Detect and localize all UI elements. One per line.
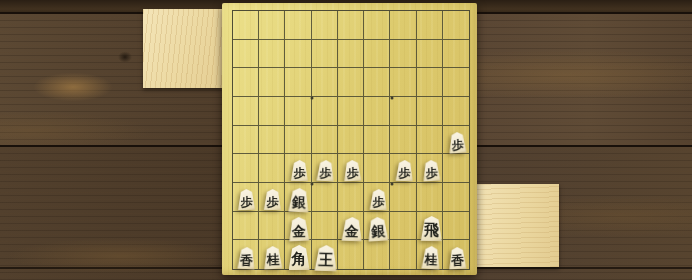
piece-face: 桂	[422, 246, 441, 270]
star-point	[390, 183, 393, 186]
piece-face: 金	[289, 216, 310, 241]
piece-pawn[interactable]: 歩	[422, 160, 440, 182]
piece-silver[interactable]: 銀	[288, 187, 309, 212]
piece-face: 歩	[317, 160, 335, 182]
piece-kanji: 角	[292, 252, 307, 267]
board-cell-5c[interactable]	[338, 68, 364, 97]
board-cell-6e[interactable]	[312, 126, 338, 155]
board-cell-9c[interactable]	[233, 68, 259, 97]
board-cell-5a[interactable]	[338, 11, 364, 40]
board-cell-4i[interactable]	[364, 240, 390, 269]
piece-face: 歩	[396, 160, 414, 182]
board-cell-1f[interactable]	[443, 154, 469, 183]
board-cell-4b[interactable]	[364, 40, 390, 69]
piece-face: 桂	[263, 246, 282, 270]
piece-knight[interactable]: 桂	[263, 246, 282, 270]
board-cell-3g[interactable]	[390, 183, 416, 212]
piece-kanji: 銀	[292, 194, 307, 209]
board-cell-9d[interactable]	[233, 97, 259, 126]
board-cell-6g[interactable]	[312, 183, 338, 212]
piece-kanji: 金	[345, 223, 359, 237]
piece-kanji: 歩	[293, 167, 305, 179]
board-cell-3c[interactable]	[390, 68, 416, 97]
piece-face: 角	[289, 245, 310, 270]
board-cell-7b[interactable]	[285, 40, 311, 69]
board-cell-9e[interactable]	[233, 126, 259, 155]
piece-kanji: 飛	[424, 223, 439, 238]
board-cell-6c[interactable]	[312, 68, 338, 97]
piece-pawn[interactable]: 歩	[449, 131, 467, 153]
piece-gold[interactable]: 金	[289, 216, 310, 241]
star-point	[311, 183, 314, 186]
board-cell-6d[interactable]	[312, 97, 338, 126]
board-cell-4a[interactable]	[364, 11, 390, 40]
piece-kanji: 王	[318, 252, 334, 268]
piece-face: 歩	[290, 160, 307, 181]
board-cell-4d[interactable]	[364, 97, 390, 126]
piece-kanji: 銀	[371, 223, 386, 238]
board-cell-5e[interactable]	[338, 126, 364, 155]
piece-pawn[interactable]: 歩	[370, 189, 388, 211]
piece-kanji: 歩	[452, 138, 465, 151]
piece-kanji: 歩	[240, 196, 252, 208]
piece-lance[interactable]: 香	[237, 246, 255, 269]
board-cell-2d[interactable]	[417, 97, 443, 126]
board-cell-4f[interactable]	[364, 154, 390, 183]
piece-kanji: 香	[451, 253, 464, 266]
board-cell-3e[interactable]	[390, 126, 416, 155]
board-cell-5d[interactable]	[338, 97, 364, 126]
piece-face: 歩	[370, 189, 388, 211]
board-cell-8d[interactable]	[259, 97, 285, 126]
piece-pawn[interactable]: 歩	[343, 160, 361, 182]
piece-silver[interactable]: 銀	[368, 216, 389, 241]
piece-knight[interactable]: 桂	[422, 246, 441, 270]
board-cell-2e[interactable]	[417, 126, 443, 155]
right-wood-board	[477, 184, 559, 267]
board-cell-3d[interactable]	[390, 97, 416, 126]
piece-king[interactable]: 王	[314, 244, 337, 271]
board-cell-4e[interactable]	[364, 126, 390, 155]
board-cell-5i[interactable]	[338, 240, 364, 269]
shogi-board: 歩歩歩歩歩歩歩歩銀歩金金銀飛香桂角王桂香	[222, 3, 477, 275]
board-cell-5b[interactable]	[338, 40, 364, 69]
board-cell-2a[interactable]	[417, 11, 443, 40]
star-point	[311, 96, 314, 99]
piece-face: 飛	[421, 216, 442, 241]
board-cell-1b[interactable]	[443, 40, 469, 69]
piece-face: 銀	[288, 187, 309, 212]
piece-pawn[interactable]: 歩	[238, 189, 255, 210]
board-cell-9a[interactable]	[233, 11, 259, 40]
piece-pawn[interactable]: 歩	[264, 189, 281, 210]
board-grid: 歩歩歩歩歩歩歩歩銀歩金金銀飛香桂角王桂香	[232, 10, 470, 270]
board-cell-1g[interactable]	[443, 183, 469, 212]
piece-rook[interactable]: 飛	[421, 216, 442, 241]
piece-pawn[interactable]: 歩	[317, 160, 335, 182]
board-cell-7d[interactable]	[285, 97, 311, 126]
piece-kanji: 金	[292, 223, 306, 237]
board-cell-6a[interactable]	[312, 11, 338, 40]
piece-bishop[interactable]: 角	[289, 245, 310, 270]
piece-face: 香	[237, 246, 255, 269]
board-cell-3a[interactable]	[390, 11, 416, 40]
board-cell-1h[interactable]	[443, 212, 469, 241]
piece-kanji: 香	[239, 253, 253, 267]
board-cell-8b[interactable]	[259, 40, 285, 69]
piece-lance[interactable]: 香	[449, 246, 467, 269]
board-cell-1c[interactable]	[443, 68, 469, 97]
board-cell-7c[interactable]	[285, 68, 311, 97]
board-cell-1a[interactable]	[443, 11, 469, 40]
board-cell-3b[interactable]	[390, 40, 416, 69]
piece-pawn[interactable]: 歩	[290, 160, 307, 181]
board-cell-2g[interactable]	[417, 183, 443, 212]
board-cell-7a[interactable]	[285, 11, 311, 40]
piece-face: 銀	[368, 216, 389, 241]
board-cell-1d[interactable]	[443, 97, 469, 126]
piece-kanji: 歩	[346, 167, 358, 179]
board-cell-8f[interactable]	[259, 154, 285, 183]
board-cell-3h[interactable]	[390, 212, 416, 241]
piece-face: 王	[314, 244, 337, 271]
board-cell-8e[interactable]	[259, 126, 285, 155]
piece-face: 歩	[264, 189, 281, 210]
photo-scene: 歩歩歩歩歩歩歩歩銀歩金金銀飛香桂角王桂香	[0, 0, 692, 280]
board-cell-6b[interactable]	[312, 40, 338, 69]
piece-kanji: 桂	[424, 253, 438, 267]
board-cell-2b[interactable]	[417, 40, 443, 69]
piece-kanji: 歩	[425, 167, 438, 180]
board-cell-8h[interactable]	[259, 212, 285, 241]
board-cell-8c[interactable]	[259, 68, 285, 97]
board-cell-5g[interactable]	[338, 183, 364, 212]
piece-face: 歩	[422, 160, 440, 182]
piece-pawn[interactable]: 歩	[396, 160, 414, 182]
board-cell-9h[interactable]	[233, 212, 259, 241]
piece-face: 歩	[449, 131, 467, 153]
board-cell-6h[interactable]	[312, 212, 338, 241]
piece-face: 歩	[343, 160, 361, 182]
board-cell-9f[interactable]	[233, 154, 259, 183]
piece-gold[interactable]: 金	[342, 216, 363, 241]
board-cell-8a[interactable]	[259, 11, 285, 40]
piece-kanji: 歩	[319, 167, 332, 180]
board-cell-7e[interactable]	[285, 126, 311, 155]
piece-kanji: 歩	[399, 167, 411, 179]
piece-kanji: 桂	[266, 253, 279, 266]
left-wood-board	[143, 9, 222, 88]
piece-face: 香	[449, 246, 467, 269]
star-point	[390, 96, 393, 99]
piece-kanji: 歩	[372, 196, 384, 208]
piece-face: 歩	[238, 189, 255, 210]
board-cell-9b[interactable]	[233, 40, 259, 69]
board-cell-4c[interactable]	[364, 68, 390, 97]
board-cell-2c[interactable]	[417, 68, 443, 97]
piece-kanji: 歩	[267, 196, 279, 208]
board-cell-3i[interactable]	[390, 240, 416, 269]
piece-face: 金	[342, 216, 363, 241]
